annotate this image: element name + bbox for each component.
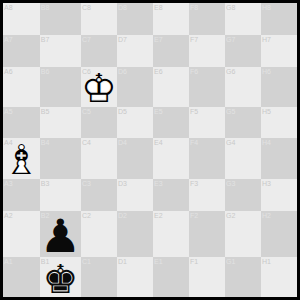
square-coordinate-label: H6 xyxy=(262,67,271,76)
square-g4[interactable]: G4 xyxy=(225,138,261,179)
square-coordinate-label: A8 xyxy=(4,3,13,12)
square-b4[interactable]: B4 xyxy=(40,138,81,179)
square-h3[interactable]: H3 xyxy=(261,179,297,211)
square-e1[interactable]: E1 xyxy=(153,257,189,297)
square-c7[interactable]: C7 xyxy=(81,35,117,67)
square-f3[interactable]: F3 xyxy=(189,179,225,211)
square-c6[interactable]: C6♚♔ xyxy=(81,67,117,107)
square-f7[interactable]: F7 xyxy=(189,35,225,67)
square-coordinate-label: E7 xyxy=(154,35,163,44)
square-coordinate-label: D6 xyxy=(118,67,127,76)
square-coordinate-label: B3 xyxy=(41,179,50,188)
square-coordinate-label: G1 xyxy=(226,257,235,266)
square-b2[interactable]: B2♟ xyxy=(40,211,81,257)
square-d4[interactable]: D4 xyxy=(117,138,153,179)
square-c3[interactable]: C3 xyxy=(81,179,117,211)
square-coordinate-label: F6 xyxy=(190,67,198,76)
square-coordinate-label: F3 xyxy=(190,179,198,188)
square-coordinate-label: F1 xyxy=(190,257,198,266)
square-b6[interactable]: B6 xyxy=(40,67,81,107)
square-b1[interactable]: B1♚ xyxy=(40,257,81,297)
square-coordinate-label: H1 xyxy=(262,257,271,266)
square-c5[interactable]: C5 xyxy=(81,107,117,139)
square-h2[interactable]: H2 xyxy=(261,211,297,257)
square-coordinate-label: G8 xyxy=(226,3,235,12)
square-coordinate-label: H7 xyxy=(262,35,271,44)
square-coordinate-label: B8 xyxy=(41,3,50,12)
square-coordinate-label: G6 xyxy=(226,67,235,76)
square-a1[interactable]: A1 xyxy=(3,257,40,297)
square-h8[interactable]: H8 xyxy=(261,3,297,35)
square-a4[interactable]: A4♝♗ xyxy=(3,138,40,179)
square-coordinate-label: G4 xyxy=(226,138,235,147)
square-h4[interactable]: H4 xyxy=(261,138,297,179)
square-a7[interactable]: A7 xyxy=(3,35,40,67)
square-coordinate-label: C1 xyxy=(82,257,91,266)
square-g7[interactable]: G7 xyxy=(225,35,261,67)
square-coordinate-label: F5 xyxy=(190,107,198,116)
square-b7[interactable]: B7 xyxy=(40,35,81,67)
chessboard-container: A8B8C8D8E8F8G8H8A7B7C7D7E7F7G7H7A6B6C6♚♔… xyxy=(0,0,300,300)
square-coordinate-label: A7 xyxy=(4,35,13,44)
square-a6[interactable]: A6 xyxy=(3,67,40,107)
square-coordinate-label: G3 xyxy=(226,179,235,188)
square-coordinate-label: F8 xyxy=(190,3,198,12)
square-c1[interactable]: C1 xyxy=(81,257,117,297)
square-coordinate-label: E2 xyxy=(154,211,163,220)
square-coordinate-label: F7 xyxy=(190,35,198,44)
square-coordinate-label: A5 xyxy=(4,107,13,116)
square-b3[interactable]: B3 xyxy=(40,179,81,211)
square-coordinate-label: D3 xyxy=(118,179,127,188)
square-coordinate-label: B4 xyxy=(41,138,50,147)
square-coordinate-label: E1 xyxy=(154,257,163,266)
square-coordinate-label: D7 xyxy=(118,35,127,44)
square-coordinate-label: F4 xyxy=(190,138,198,147)
square-g2[interactable]: G2 xyxy=(225,211,261,257)
square-e7[interactable]: E7 xyxy=(153,35,189,67)
square-coordinate-label: D4 xyxy=(118,138,127,147)
square-coordinate-label: C3 xyxy=(82,179,91,188)
square-coordinate-label: D1 xyxy=(118,257,127,266)
square-c2[interactable]: C2 xyxy=(81,211,117,257)
white-bishop-icon: ♗ xyxy=(3,140,40,181)
square-e6[interactable]: E6 xyxy=(153,67,189,107)
square-coordinate-label: B6 xyxy=(41,67,50,76)
chessboard: A8B8C8D8E8F8G8H8A7B7C7D7E7F7G7H7A6B6C6♚♔… xyxy=(0,0,300,300)
square-d3[interactable]: D3 xyxy=(117,179,153,211)
square-coordinate-label: B7 xyxy=(41,35,50,44)
square-d1[interactable]: D1 xyxy=(117,257,153,297)
square-coordinate-label: H2 xyxy=(262,211,271,220)
square-coordinate-label: D8 xyxy=(118,3,127,12)
square-d5[interactable]: D5 xyxy=(117,107,153,139)
square-coordinate-label: D2 xyxy=(118,211,127,220)
square-h6[interactable]: H6 xyxy=(261,67,297,107)
square-b8[interactable]: B8 xyxy=(40,3,81,35)
white-bishop-piece[interactable]: ♝♗ xyxy=(3,140,40,181)
black-king-icon: ♚ xyxy=(42,259,78,299)
white-king-icon: ♔ xyxy=(81,68,117,108)
square-coordinate-label: G5 xyxy=(226,107,235,116)
white-king-piece[interactable]: ♚♔ xyxy=(81,68,117,108)
square-d6[interactable]: D6 xyxy=(117,67,153,107)
square-f5[interactable]: F5 xyxy=(189,107,225,139)
square-f6[interactable]: F6 xyxy=(189,67,225,107)
square-a8[interactable]: A8 xyxy=(3,3,40,35)
square-coordinate-label: C8 xyxy=(82,3,91,12)
square-d2[interactable]: D2 xyxy=(117,211,153,257)
square-coordinate-label: E4 xyxy=(154,138,163,147)
square-h1[interactable]: H1 xyxy=(261,257,297,297)
square-coordinate-label: D5 xyxy=(118,107,127,116)
square-g1[interactable]: G1 xyxy=(225,257,261,297)
square-coordinate-label: E5 xyxy=(154,107,163,116)
square-coordinate-label: E6 xyxy=(154,67,163,76)
square-c8[interactable]: C8 xyxy=(81,3,117,35)
square-f2[interactable]: F2 xyxy=(189,211,225,257)
square-c4[interactable]: C4 xyxy=(81,138,117,179)
square-coordinate-label: G7 xyxy=(226,35,235,44)
black-pawn-piece[interactable]: ♟ xyxy=(40,213,81,259)
square-h5[interactable]: H5 xyxy=(261,107,297,139)
square-coordinate-label: F2 xyxy=(190,211,198,220)
square-coordinate-label: H5 xyxy=(262,107,271,116)
square-coordinate-label: A6 xyxy=(4,67,13,76)
square-coordinate-label: H4 xyxy=(262,138,271,147)
square-e2[interactable]: E2 xyxy=(153,211,189,257)
square-g3[interactable]: G3 xyxy=(225,179,261,211)
square-coordinate-label: H3 xyxy=(262,179,271,188)
square-coordinate-label: E8 xyxy=(154,3,163,12)
square-h7[interactable]: H7 xyxy=(261,35,297,67)
square-a5[interactable]: A5 xyxy=(3,107,40,139)
square-a2[interactable]: A2 xyxy=(3,211,40,257)
square-coordinate-label: G2 xyxy=(226,211,235,220)
square-e4[interactable]: E4 xyxy=(153,138,189,179)
square-g5[interactable]: G5 xyxy=(225,107,261,139)
square-coordinate-label: H8 xyxy=(262,3,271,12)
square-e5[interactable]: E5 xyxy=(153,107,189,139)
black-king-piece[interactable]: ♚ xyxy=(42,259,78,299)
square-d7[interactable]: D7 xyxy=(117,35,153,67)
square-g6[interactable]: G6 xyxy=(225,67,261,107)
square-coordinate-label: C4 xyxy=(82,138,91,147)
square-g8[interactable]: G8 xyxy=(225,3,261,35)
square-e3[interactable]: E3 xyxy=(153,179,189,211)
square-coordinate-label: B5 xyxy=(41,107,50,116)
black-pawn-icon: ♟ xyxy=(40,213,81,259)
square-coordinate-label: C7 xyxy=(82,35,91,44)
square-f4[interactable]: F4 xyxy=(189,138,225,179)
square-coordinate-label: A1 xyxy=(4,257,13,266)
square-coordinate-label: C2 xyxy=(82,211,91,220)
square-b5[interactable]: B5 xyxy=(40,107,81,139)
square-e8[interactable]: E8 xyxy=(153,3,189,35)
square-d8[interactable]: D8 xyxy=(117,3,153,35)
square-coordinate-label: E3 xyxy=(154,179,163,188)
square-coordinate-label: A2 xyxy=(4,211,13,220)
square-f1[interactable]: F1 xyxy=(189,257,225,297)
square-f8[interactable]: F8 xyxy=(189,3,225,35)
